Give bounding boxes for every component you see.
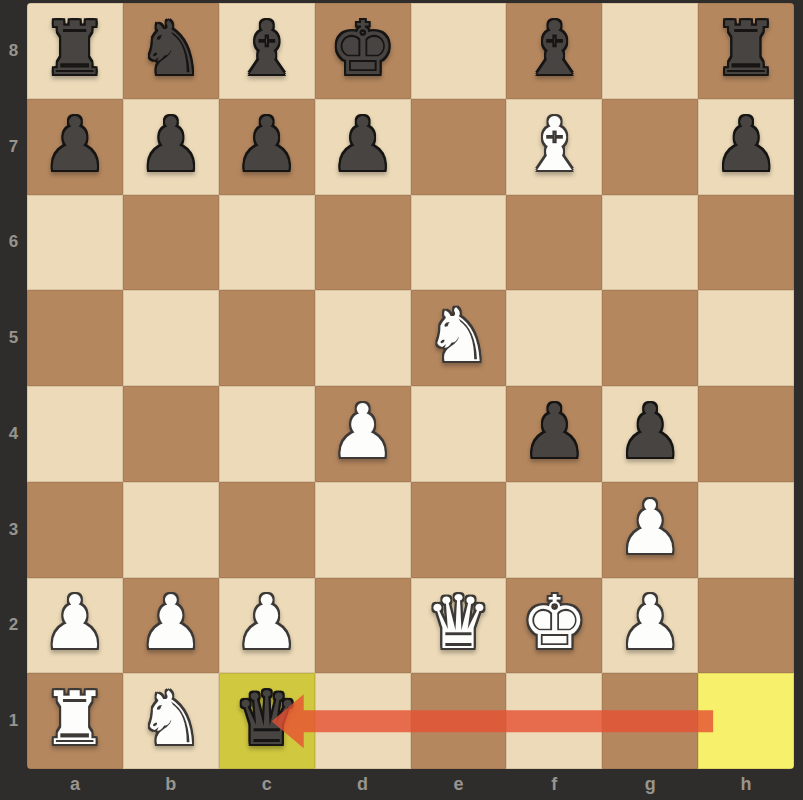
square-g4[interactable]: ♟ (602, 386, 698, 482)
rank-label-2: 2 (0, 578, 27, 674)
file-label-d: d (315, 769, 411, 800)
square-c4[interactable] (219, 386, 315, 482)
square-a2[interactable]: ♟ (27, 578, 123, 674)
square-c3[interactable] (219, 482, 315, 578)
piece-black-bishop[interactable]: ♝ (521, 11, 587, 85)
file-label-a: a (27, 769, 123, 800)
square-g8[interactable] (602, 3, 698, 99)
square-c6[interactable] (219, 195, 315, 291)
square-f4[interactable]: ♟ (506, 386, 602, 482)
square-b2[interactable]: ♟ (123, 578, 219, 674)
square-f6[interactable] (506, 195, 602, 291)
square-f1[interactable] (506, 673, 602, 769)
square-h2[interactable] (698, 578, 794, 674)
square-c8[interactable]: ♝ (219, 3, 315, 99)
square-h6[interactable] (698, 195, 794, 291)
square-e8[interactable] (411, 3, 507, 99)
piece-white-bishop[interactable]: ♝ (521, 107, 587, 181)
square-f3[interactable] (506, 482, 602, 578)
file-label-b: b (123, 769, 219, 800)
piece-black-king[interactable]: ♚ (329, 11, 395, 85)
square-h5[interactable] (698, 290, 794, 386)
square-f8[interactable]: ♝ (506, 3, 602, 99)
square-d4[interactable]: ♟ (315, 386, 411, 482)
square-e2[interactable]: ♛ (411, 578, 507, 674)
square-g1[interactable] (602, 673, 698, 769)
rank-label-7: 7 (0, 99, 27, 195)
square-d2[interactable] (315, 578, 411, 674)
square-c2[interactable]: ♟ (219, 578, 315, 674)
square-f7[interactable]: ♝ (506, 99, 602, 195)
rank-label-8: 8 (0, 3, 27, 99)
square-h3[interactable] (698, 482, 794, 578)
square-f2[interactable]: ♚ (506, 578, 602, 674)
square-g5[interactable] (602, 290, 698, 386)
square-d3[interactable] (315, 482, 411, 578)
square-b6[interactable] (123, 195, 219, 291)
square-e7[interactable] (411, 99, 507, 195)
square-a1[interactable]: ♜ (27, 673, 123, 769)
square-d6[interactable] (315, 195, 411, 291)
square-c1[interactable]: ♛ (219, 673, 315, 769)
rank-label-1: 1 (0, 673, 27, 769)
file-label-g: g (602, 769, 698, 800)
piece-white-pawn[interactable]: ♟ (617, 585, 683, 659)
square-f5[interactable] (506, 290, 602, 386)
square-h7[interactable]: ♟ (698, 99, 794, 195)
piece-black-pawn[interactable]: ♟ (138, 107, 204, 181)
square-h1[interactable] (698, 673, 794, 769)
square-g7[interactable] (602, 99, 698, 195)
piece-white-pawn[interactable]: ♟ (42, 585, 108, 659)
square-b3[interactable] (123, 482, 219, 578)
rank-coordinates: 87654321 (0, 3, 27, 769)
piece-black-pawn[interactable]: ♟ (329, 107, 395, 181)
file-label-e: e (411, 769, 507, 800)
square-a5[interactable] (27, 290, 123, 386)
chess-board: ♜♞♝♚♝♜♟♟♟♟♝♟♞♟♟♟♟♟♟♟♛♚♟♜♞♛ (27, 3, 794, 769)
square-h8[interactable]: ♜ (698, 3, 794, 99)
piece-black-pawn[interactable]: ♟ (713, 107, 779, 181)
square-d8[interactable]: ♚ (315, 3, 411, 99)
square-e4[interactable] (411, 386, 507, 482)
piece-black-knight[interactable]: ♞ (138, 11, 204, 85)
square-g6[interactable] (602, 195, 698, 291)
square-b1[interactable]: ♞ (123, 673, 219, 769)
square-g3[interactable]: ♟ (602, 482, 698, 578)
square-b5[interactable] (123, 290, 219, 386)
square-h4[interactable] (698, 386, 794, 482)
file-label-c: c (219, 769, 315, 800)
square-e3[interactable] (411, 482, 507, 578)
square-a4[interactable] (27, 386, 123, 482)
piece-black-pawn[interactable]: ♟ (521, 394, 587, 468)
square-c7[interactable]: ♟ (219, 99, 315, 195)
square-e6[interactable] (411, 195, 507, 291)
square-g2[interactable]: ♟ (602, 578, 698, 674)
piece-white-rook[interactable]: ♜ (42, 681, 108, 755)
square-d5[interactable] (315, 290, 411, 386)
square-b8[interactable]: ♞ (123, 3, 219, 99)
square-e1[interactable] (411, 673, 507, 769)
file-coordinates: abcdefgh (27, 769, 794, 800)
square-d7[interactable]: ♟ (315, 99, 411, 195)
piece-white-king[interactable]: ♚ (521, 585, 587, 659)
square-c5[interactable] (219, 290, 315, 386)
square-b4[interactable] (123, 386, 219, 482)
file-label-h: h (698, 769, 794, 800)
square-d1[interactable] (315, 673, 411, 769)
rank-label-6: 6 (0, 195, 27, 291)
piece-white-queen[interactable]: ♛ (425, 585, 491, 659)
square-a6[interactable] (27, 195, 123, 291)
board-grid: ♜♞♝♚♝♜♟♟♟♟♝♟♞♟♟♟♟♟♟♟♛♚♟♜♞♛ (27, 3, 794, 769)
rank-label-5: 5 (0, 290, 27, 386)
piece-black-pawn[interactable]: ♟ (42, 107, 108, 181)
rank-label-4: 4 (0, 386, 27, 482)
piece-white-pawn[interactable]: ♟ (138, 585, 204, 659)
piece-white-knight[interactable]: ♞ (138, 681, 204, 755)
piece-black-rook[interactable]: ♜ (713, 11, 779, 85)
square-b7[interactable]: ♟ (123, 99, 219, 195)
piece-black-pawn[interactable]: ♟ (234, 107, 300, 181)
piece-black-rook[interactable]: ♜ (42, 11, 108, 85)
file-label-f: f (506, 769, 602, 800)
piece-black-bishop[interactable]: ♝ (234, 11, 300, 85)
square-a7[interactable]: ♟ (27, 99, 123, 195)
piece-white-pawn[interactable]: ♟ (617, 490, 683, 564)
piece-white-knight[interactable]: ♞ (425, 298, 491, 372)
piece-black-queen[interactable]: ♛ (234, 681, 300, 755)
piece-black-pawn[interactable]: ♟ (617, 394, 683, 468)
square-e5[interactable]: ♞ (411, 290, 507, 386)
chess-app-frame: 87654321 abcdefgh ♜♞♝♚♝♜♟♟♟♟♝♟♞♟♟♟♟♟♟♟♛♚… (0, 0, 803, 800)
square-a8[interactable]: ♜ (27, 3, 123, 99)
rank-label-3: 3 (0, 482, 27, 578)
square-a3[interactable] (27, 482, 123, 578)
piece-white-pawn[interactable]: ♟ (234, 585, 300, 659)
piece-white-pawn[interactable]: ♟ (329, 394, 395, 468)
